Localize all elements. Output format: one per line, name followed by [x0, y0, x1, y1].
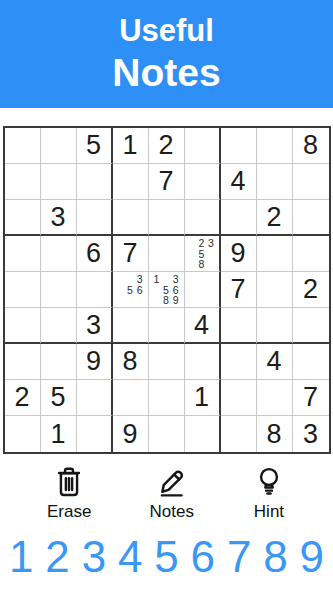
cell-r2c1[interactable] [5, 164, 41, 200]
cell-r9c1[interactable] [5, 416, 41, 452]
numpad-digit-5[interactable]: 5 [154, 535, 178, 579]
given-digit: 9 [86, 348, 101, 375]
numpad-digit-6[interactable]: 6 [191, 535, 215, 579]
cell-r7c5[interactable] [149, 344, 185, 380]
given-digit: 2 [266, 204, 281, 231]
cell-r4c8[interactable] [257, 236, 293, 272]
given-digit: 4 [194, 312, 209, 339]
cell-r3c6[interactable] [185, 200, 221, 236]
given-digit: 4 [266, 348, 281, 375]
cell-r1c4[interactable]: 1 [113, 128, 149, 164]
notes-button[interactable]: Notes [149, 464, 193, 522]
cell-r3c1[interactable] [5, 200, 41, 236]
toolbar: Erase Notes Hint [0, 464, 333, 522]
cell-r5c5[interactable]: 135689 [149, 272, 185, 308]
cell-r6c4[interactable] [113, 308, 149, 344]
app-header: Useful Notes [0, 0, 333, 108]
given-digit: 3 [303, 421, 318, 448]
notes-label: Notes [149, 503, 193, 522]
erase-label: Erase [47, 503, 91, 522]
cell-r4c3[interactable]: 6 [77, 236, 113, 272]
pencil-notes: 135689 [149, 272, 184, 307]
given-digit: 5 [86, 132, 101, 159]
header-title-line1: Useful [119, 12, 214, 50]
cell-r3c4[interactable] [113, 200, 149, 236]
cell-r8c4[interactable] [113, 380, 149, 416]
given-digit: 3 [86, 312, 101, 339]
numpad-digit-7[interactable]: 7 [227, 535, 251, 579]
given-digit: 8 [122, 348, 137, 375]
cell-r1c1[interactable] [5, 128, 41, 164]
given-digit: 1 [50, 421, 65, 448]
cell-r7c3[interactable]: 9 [77, 344, 113, 380]
cell-r6c8[interactable] [257, 308, 293, 344]
cell-r1c2[interactable] [41, 128, 77, 164]
cell-r9c4[interactable]: 9 [113, 416, 149, 452]
cell-r8c7[interactable] [221, 380, 257, 416]
cell-r5c2[interactable] [41, 272, 77, 308]
cell-r6c7[interactable] [221, 308, 257, 344]
cell-r8c9[interactable]: 7 [293, 380, 329, 416]
cell-r1c6[interactable] [185, 128, 221, 164]
given-digit: 9 [122, 421, 137, 448]
cell-r4c6[interactable]: 2358 [185, 236, 221, 272]
pencil-icon [154, 464, 190, 500]
trash-icon [52, 464, 86, 500]
cell-r1c3[interactable]: 5 [77, 128, 113, 164]
cell-r2c8[interactable] [257, 164, 293, 200]
cell-r1c7[interactable] [221, 128, 257, 164]
cell-r5c9[interactable]: 2 [293, 272, 329, 308]
cell-r3c3[interactable] [77, 200, 113, 236]
header-title-line2: Notes [112, 50, 220, 96]
cell-r6c1[interactable] [5, 308, 41, 344]
given-digit: 7 [122, 240, 137, 267]
given-digit: 2 [158, 132, 173, 159]
cell-r3c9[interactable] [293, 200, 329, 236]
pencil-notes: 356 [113, 272, 148, 307]
cell-r7c8[interactable]: 4 [257, 344, 293, 380]
cell-r3c8[interactable]: 2 [257, 200, 293, 236]
cell-r2c7[interactable]: 4 [221, 164, 257, 200]
cell-r6c3[interactable]: 3 [77, 308, 113, 344]
given-digit: 8 [303, 132, 318, 159]
cell-r9c3[interactable] [77, 416, 113, 452]
cell-r2c4[interactable] [113, 164, 149, 200]
given-digit: 1 [122, 132, 137, 159]
cell-r9c5[interactable] [149, 416, 185, 452]
cell-r5c1[interactable] [5, 272, 41, 308]
numpad-digit-2[interactable]: 2 [45, 535, 69, 579]
cell-r2c3[interactable] [77, 164, 113, 200]
cell-r6c2[interactable] [41, 308, 77, 344]
cell-r5c6[interactable] [185, 272, 221, 308]
numpad-digit-4[interactable]: 4 [118, 535, 142, 579]
given-digit: 5 [50, 384, 65, 411]
hint-button[interactable]: Hint [252, 464, 286, 522]
hint-label: Hint [254, 503, 284, 522]
cell-r1c9[interactable]: 8 [293, 128, 329, 164]
cell-r4c9[interactable] [293, 236, 329, 272]
given-digit: 6 [86, 240, 101, 267]
cell-r2c9[interactable] [293, 164, 329, 200]
given-digit: 1 [194, 384, 209, 411]
given-digit: 2 [14, 384, 29, 411]
cell-r5c7[interactable]: 7 [221, 272, 257, 308]
numpad-digit-3[interactable]: 3 [82, 535, 106, 579]
cell-r8c5[interactable] [149, 380, 185, 416]
cell-r4c2[interactable] [41, 236, 77, 272]
numpad-digit-8[interactable]: 8 [263, 535, 287, 579]
cell-r1c8[interactable] [257, 128, 293, 164]
cell-r3c7[interactable] [221, 200, 257, 236]
cell-r4c1[interactable] [5, 236, 41, 272]
cell-r9c8[interactable]: 8 [257, 416, 293, 452]
cell-r1c5[interactable]: 2 [149, 128, 185, 164]
cell-r6c5[interactable] [149, 308, 185, 344]
cell-r7c4[interactable]: 8 [113, 344, 149, 380]
cell-r4c5[interactable] [149, 236, 185, 272]
cell-r7c1[interactable] [5, 344, 41, 380]
cell-r8c3[interactable] [77, 380, 113, 416]
cell-r8c1[interactable]: 2 [5, 380, 41, 416]
cell-r4c4[interactable]: 7 [113, 236, 149, 272]
cell-r5c3[interactable] [77, 272, 113, 308]
number-pad: 123456789 [0, 535, 333, 579]
cell-r7c6[interactable] [185, 344, 221, 380]
sudoku-board: 512874326723589356135689723498425171983 [3, 126, 331, 454]
cell-r2c2[interactable] [41, 164, 77, 200]
numpad-digit-9[interactable]: 9 [300, 535, 324, 579]
cell-r8c2[interactable]: 5 [41, 380, 77, 416]
cell-r9c6[interactable] [185, 416, 221, 452]
cell-r4c7[interactable]: 9 [221, 236, 257, 272]
pencil-notes: 2358 [185, 236, 219, 271]
cell-r2c6[interactable] [185, 164, 221, 200]
given-digit: 8 [266, 421, 281, 448]
given-digit: 4 [230, 168, 245, 195]
cell-r7c7[interactable] [221, 344, 257, 380]
cell-r8c6[interactable]: 1 [185, 380, 221, 416]
cell-r9c7[interactable] [221, 416, 257, 452]
cell-r6c6[interactable]: 4 [185, 308, 221, 344]
cell-r6c9[interactable] [293, 308, 329, 344]
given-digit: 3 [50, 204, 65, 231]
cell-r9c9[interactable]: 3 [293, 416, 329, 452]
cell-r9c2[interactable]: 1 [41, 416, 77, 452]
cell-r2c5[interactable]: 7 [149, 164, 185, 200]
given-digit: 9 [230, 240, 245, 267]
numpad-digit-1[interactable]: 1 [9, 535, 33, 579]
cell-r7c2[interactable] [41, 344, 77, 380]
given-digit: 7 [303, 384, 318, 411]
cell-r5c4[interactable]: 356 [113, 272, 149, 308]
given-digit: 7 [230, 276, 245, 303]
given-digit: 7 [158, 168, 173, 195]
cell-r3c2[interactable]: 3 [41, 200, 77, 236]
cell-r5c8[interactable] [257, 272, 293, 308]
cell-r7c9[interactable] [293, 344, 329, 380]
cell-r8c8[interactable] [257, 380, 293, 416]
cell-r3c5[interactable] [149, 200, 185, 236]
erase-button[interactable]: Erase [47, 464, 91, 522]
given-digit: 2 [303, 276, 318, 303]
lightbulb-icon [252, 464, 286, 500]
